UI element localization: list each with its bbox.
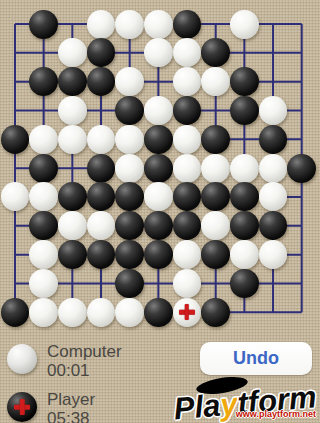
white-stone — [230, 240, 259, 269]
black-stone — [230, 182, 259, 211]
black-stone — [144, 125, 173, 154]
black-stone — [230, 211, 259, 240]
white-stone — [29, 298, 58, 327]
board-cell[interactable] — [259, 38, 288, 67]
board-cell[interactable] — [201, 240, 230, 269]
board-cell[interactable] — [58, 240, 87, 269]
black-stone — [230, 96, 259, 125]
white-stone — [115, 125, 144, 154]
board-cell[interactable] — [201, 96, 230, 125]
board-cell[interactable] — [29, 96, 58, 125]
board-cell[interactable] — [230, 154, 259, 183]
board-cell[interactable] — [29, 154, 58, 183]
board-cell[interactable] — [29, 67, 58, 96]
black-stone — [259, 125, 288, 154]
board-cell[interactable] — [230, 38, 259, 67]
black-stone — [1, 298, 30, 327]
white-stone — [173, 269, 202, 298]
board-cell[interactable] — [201, 269, 230, 298]
board-cell[interactable] — [259, 298, 288, 327]
board-cell[interactable] — [58, 183, 87, 212]
black-stone — [87, 67, 116, 96]
black-stone — [87, 38, 116, 67]
board-cell[interactable] — [58, 10, 87, 39]
undo-button[interactable]: Undo — [200, 342, 312, 375]
board-cell[interactable] — [259, 154, 288, 183]
board-cell[interactable] — [173, 96, 202, 125]
board-cell[interactable] — [230, 298, 259, 327]
white-stone — [173, 38, 202, 67]
board-cell[interactable] — [287, 96, 316, 125]
black-stone — [201, 240, 230, 269]
board-cell[interactable] — [287, 240, 316, 269]
board-cell[interactable] — [87, 67, 116, 96]
board-cell[interactable] — [173, 10, 202, 39]
board-cell[interactable] — [87, 269, 116, 298]
board-cell[interactable] — [144, 67, 173, 96]
black-stone — [58, 182, 87, 211]
board-cell[interactable] — [87, 183, 116, 212]
white-stone — [201, 154, 230, 183]
board-cell[interactable] — [144, 10, 173, 39]
turn-marker-icon — [7, 392, 37, 422]
board-cell[interactable] — [173, 67, 202, 96]
board-cell[interactable] — [173, 125, 202, 154]
white-stone — [173, 298, 202, 327]
white-stone — [144, 96, 173, 125]
board-cell[interactable] — [115, 269, 144, 298]
board-cell[interactable] — [144, 154, 173, 183]
black-stone — [58, 240, 87, 269]
playtform-logo-swoosh-icon — [195, 374, 249, 397]
board-cell[interactable] — [1, 96, 30, 125]
board-cell[interactable] — [29, 298, 58, 327]
white-stone-icon — [7, 344, 37, 374]
board-cell[interactable] — [144, 96, 173, 125]
board-cell[interactable] — [287, 154, 316, 183]
board-cell[interactable] — [230, 240, 259, 269]
board-cell[interactable] — [29, 269, 58, 298]
white-stone — [259, 154, 288, 183]
board-cell[interactable] — [287, 183, 316, 212]
black-stone — [230, 67, 259, 96]
white-stone — [144, 10, 173, 39]
board-cell[interactable] — [115, 96, 144, 125]
playtform-logo: Playtform — [172, 379, 318, 423]
white-stone — [115, 154, 144, 183]
board-cell[interactable] — [201, 211, 230, 240]
white-stone — [173, 240, 202, 269]
black-stone — [173, 182, 202, 211]
board-cell[interactable] — [29, 10, 58, 39]
board-cell[interactable] — [29, 38, 58, 67]
black-stone — [115, 240, 144, 269]
board-cell[interactable] — [87, 38, 116, 67]
black-stone — [144, 211, 173, 240]
board-cell[interactable] — [115, 183, 144, 212]
board-cell[interactable] — [87, 211, 116, 240]
black-stone — [115, 269, 144, 298]
board-cell[interactable] — [173, 240, 202, 269]
white-stone — [29, 182, 58, 211]
board-cell[interactable] — [58, 298, 87, 327]
board-cell[interactable] — [58, 67, 87, 96]
black-stone — [29, 10, 58, 39]
board-cell[interactable] — [259, 240, 288, 269]
board-cell[interactable] — [87, 298, 116, 327]
player-label: Player — [47, 390, 95, 409]
white-stone — [115, 10, 144, 39]
white-stone — [58, 298, 87, 327]
board-cell[interactable] — [58, 211, 87, 240]
player-row: Player 05:38 — [7, 390, 95, 423]
board-cell[interactable] — [87, 10, 116, 39]
board-cell[interactable] — [1, 240, 30, 269]
black-stone-icon — [7, 392, 37, 422]
white-stone — [58, 38, 87, 67]
black-stone — [29, 154, 58, 183]
board-cell[interactable] — [29, 211, 58, 240]
white-stone — [58, 96, 87, 125]
black-stone — [201, 125, 230, 154]
board-cell[interactable] — [287, 67, 316, 96]
board-cell[interactable] — [58, 38, 87, 67]
black-stone — [144, 154, 173, 183]
white-stone — [230, 10, 259, 39]
black-stone — [87, 182, 116, 211]
board-cell[interactable] — [144, 125, 173, 154]
white-stone — [201, 67, 230, 96]
black-stone — [201, 38, 230, 67]
black-stone — [58, 67, 87, 96]
black-stone — [173, 96, 202, 125]
board-cell[interactable] — [287, 125, 316, 154]
black-stone — [173, 211, 202, 240]
white-stone — [173, 125, 202, 154]
board-cell[interactable] — [230, 183, 259, 212]
board-cell[interactable] — [115, 240, 144, 269]
black-stone — [144, 240, 173, 269]
board-cell[interactable] — [201, 125, 230, 154]
white-stone — [259, 182, 288, 211]
board-cell[interactable] — [230, 125, 259, 154]
board-cell[interactable] — [173, 298, 202, 327]
white-stone — [173, 154, 202, 183]
board-cell[interactable] — [58, 269, 87, 298]
board-cell[interactable] — [115, 125, 144, 154]
board-cell[interactable] — [115, 298, 144, 327]
board-cell[interactable] — [58, 96, 87, 125]
board-cell[interactable] — [259, 269, 288, 298]
player-clock: 05:38 — [47, 409, 95, 423]
board-cell[interactable] — [230, 211, 259, 240]
board-cell[interactable] — [259, 211, 288, 240]
board-cell[interactable] — [144, 269, 173, 298]
board-cell[interactable] — [259, 10, 288, 39]
white-stone — [87, 211, 116, 240]
board-cell[interactable] — [115, 38, 144, 67]
board-cell[interactable] — [230, 96, 259, 125]
board-cell[interactable] — [87, 125, 116, 154]
white-stone — [29, 269, 58, 298]
black-stone — [87, 240, 116, 269]
white-stone — [1, 182, 30, 211]
black-stone — [173, 10, 202, 39]
playtform-url: www.playtform.net — [236, 409, 316, 419]
computer-row: Computer 00:01 — [7, 342, 122, 380]
board-cell[interactable] — [58, 154, 87, 183]
board-cell[interactable] — [115, 67, 144, 96]
board-cell[interactable] — [58, 125, 87, 154]
black-stone — [115, 211, 144, 240]
board-cell[interactable] — [287, 38, 316, 67]
board-cell[interactable] — [173, 38, 202, 67]
board-cell[interactable] — [144, 211, 173, 240]
white-stone — [58, 211, 87, 240]
board-cell[interactable] — [1, 298, 30, 327]
board-cell[interactable] — [173, 154, 202, 183]
board-cell[interactable] — [259, 183, 288, 212]
board-cell[interactable] — [173, 269, 202, 298]
board-cell[interactable] — [230, 10, 259, 39]
white-stone — [144, 182, 173, 211]
board-cell[interactable] — [259, 67, 288, 96]
board-cell[interactable] — [230, 67, 259, 96]
board-cell[interactable] — [1, 211, 30, 240]
board-cell[interactable] — [1, 269, 30, 298]
board-cell[interactable] — [259, 96, 288, 125]
black-stone — [87, 154, 116, 183]
board-cell[interactable] — [287, 298, 316, 327]
black-stone — [201, 298, 230, 327]
board-cell[interactable] — [201, 67, 230, 96]
board-cell[interactable] — [1, 38, 30, 67]
go-board[interactable] — [0, 0, 320, 330]
white-stone — [87, 10, 116, 39]
go-app-screen: Computer 00:01 Undo Player 05:38 Playtfo… — [0, 0, 320, 423]
black-stone — [201, 182, 230, 211]
computer-clock: 00:01 — [47, 361, 122, 380]
board-cell[interactable] — [1, 154, 30, 183]
board-cell[interactable] — [287, 10, 316, 39]
last-move-marker-icon — [173, 298, 202, 327]
board-cell[interactable] — [173, 211, 202, 240]
board-cell[interactable] — [115, 154, 144, 183]
computer-label: Computer — [47, 342, 122, 361]
white-stone — [259, 96, 288, 125]
white-stone — [87, 125, 116, 154]
board-cell[interactable] — [201, 298, 230, 327]
white-stone — [87, 298, 116, 327]
board-cell[interactable] — [173, 183, 202, 212]
white-stone — [230, 154, 259, 183]
playtform-watermark: Playtform www.playtform.net — [145, 371, 320, 423]
board-cell[interactable] — [259, 125, 288, 154]
white-stone — [29, 125, 58, 154]
white-stone — [144, 38, 173, 67]
black-stone — [1, 125, 30, 154]
black-stone — [115, 182, 144, 211]
board-cell[interactable] — [287, 269, 316, 298]
black-stone — [259, 211, 288, 240]
black-stone — [144, 298, 173, 327]
board-cell[interactable] — [144, 38, 173, 67]
board-cell[interactable] — [201, 10, 230, 39]
board-cell[interactable] — [115, 10, 144, 39]
board-cell[interactable] — [144, 298, 173, 327]
board-cell[interactable] — [87, 96, 116, 125]
board-cell[interactable] — [1, 67, 30, 96]
black-stone — [287, 154, 316, 183]
board-cell[interactable] — [1, 183, 30, 212]
board-cell[interactable] — [287, 211, 316, 240]
white-stone — [58, 125, 87, 154]
board-cell[interactable] — [29, 240, 58, 269]
board-cell[interactable] — [144, 183, 173, 212]
board-cell[interactable] — [230, 269, 259, 298]
white-stone — [115, 298, 144, 327]
white-stone — [115, 67, 144, 96]
board-cell[interactable] — [87, 154, 116, 183]
white-stone — [201, 211, 230, 240]
board-cell[interactable] — [29, 125, 58, 154]
board-cell[interactable] — [1, 125, 30, 154]
board-cell[interactable] — [201, 38, 230, 67]
white-stone — [259, 240, 288, 269]
black-stone — [115, 96, 144, 125]
board-cell[interactable] — [144, 240, 173, 269]
black-stone — [230, 269, 259, 298]
black-stone — [29, 67, 58, 96]
board-cell[interactable] — [201, 183, 230, 212]
board-cells — [1, 10, 316, 327]
black-stone — [29, 211, 58, 240]
board-cell[interactable] — [87, 240, 116, 269]
white-stone — [29, 240, 58, 269]
board-cell[interactable] — [201, 154, 230, 183]
board-cell[interactable] — [115, 211, 144, 240]
board-cell[interactable] — [1, 10, 30, 39]
white-stone — [173, 67, 202, 96]
board-cell[interactable] — [29, 183, 58, 212]
